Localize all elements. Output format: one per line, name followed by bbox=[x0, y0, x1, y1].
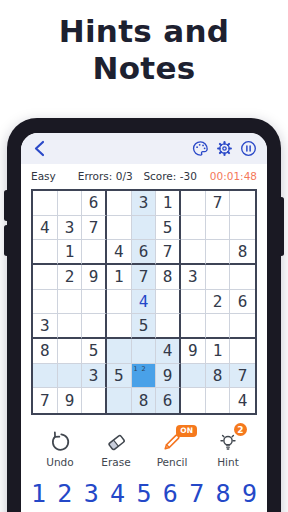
undo-icon bbox=[49, 431, 71, 453]
title-line-2: Notes bbox=[0, 50, 288, 87]
numpad-key-4[interactable]: 4 bbox=[110, 479, 125, 508]
sudoku-cell-r5c2[interactable] bbox=[58, 290, 83, 315]
sudoku-cell-r6c2[interactable] bbox=[58, 314, 83, 339]
back-button[interactable] bbox=[31, 140, 48, 157]
sudoku-cell-r6c8[interactable] bbox=[206, 314, 231, 339]
sudoku-cell-r4c8[interactable] bbox=[206, 265, 231, 290]
sudoku-cell-r2c4[interactable] bbox=[107, 216, 132, 241]
sudoku-cell-r4c6[interactable]: 8 bbox=[156, 265, 181, 290]
sudoku-cell-r8c9[interactable]: 7 bbox=[230, 364, 255, 389]
sudoku-cell-r7c5[interactable] bbox=[132, 339, 157, 364]
sudoku-cell-r8c2[interactable] bbox=[58, 364, 83, 389]
sudoku-cell-r1c9[interactable] bbox=[230, 191, 255, 216]
sudoku-cell-r4c5[interactable]: 7 bbox=[132, 265, 157, 290]
sudoku-cell-r1c5[interactable]: 3 bbox=[132, 191, 157, 216]
phone-frame: Easy Errors: 0/3 Score: -30 00:01:48 631… bbox=[7, 118, 281, 512]
sudoku-cell-r3c6[interactable]: 7 bbox=[156, 240, 181, 265]
sudoku-cell-r1c7[interactable] bbox=[181, 191, 206, 216]
numpad-key-1[interactable]: 1 bbox=[31, 479, 46, 508]
sudoku-cell-r7c6[interactable]: 4 bbox=[156, 339, 181, 364]
sudoku-cell-r5c5[interactable]: 4 bbox=[132, 290, 157, 315]
sudoku-cell-r1c6[interactable]: 1 bbox=[156, 191, 181, 216]
sudoku-cell-r8c7[interactable] bbox=[181, 364, 206, 389]
number-pad: 123456789 bbox=[21, 479, 267, 508]
sudoku-cell-r6c5[interactable]: 5 bbox=[132, 314, 157, 339]
erase-label: Erase bbox=[101, 456, 130, 468]
sudoku-cell-r9c4[interactable] bbox=[107, 388, 132, 413]
hint-button[interactable]: 2 Hint bbox=[204, 429, 252, 468]
sudoku-cell-r6c6[interactable] bbox=[156, 314, 181, 339]
score-label: Score: -30 bbox=[143, 170, 196, 182]
page: Hints and Notes bbox=[0, 13, 288, 512]
status-row: Easy Errors: 0/3 Score: -30 00:01:48 bbox=[21, 164, 267, 188]
sudoku-cell-r1c8[interactable]: 7 bbox=[206, 191, 231, 216]
sudoku-cell-r5c9[interactable]: 6 bbox=[230, 290, 255, 315]
sudoku-cell-r2c1[interactable]: 4 bbox=[33, 216, 58, 241]
back-chevron-icon bbox=[33, 140, 46, 157]
difficulty-label: Easy bbox=[31, 170, 56, 182]
errors-counter: Errors: 0/3 bbox=[78, 170, 133, 182]
numpad-key-6[interactable]: 6 bbox=[163, 479, 178, 508]
sudoku-cell-r4c1[interactable] bbox=[33, 265, 58, 290]
sudoku-cell-r1c2[interactable] bbox=[58, 191, 83, 216]
sudoku-cell-r9c3[interactable] bbox=[82, 388, 107, 413]
sudoku-cell-r9c5[interactable]: 8 bbox=[132, 388, 157, 413]
palette-icon bbox=[192, 140, 209, 157]
sudoku-cell-r8c8[interactable]: 8 bbox=[206, 364, 231, 389]
sudoku-cell-r5c7[interactable] bbox=[181, 290, 206, 315]
sudoku-cell-r4c2[interactable]: 2 bbox=[58, 265, 83, 290]
numpad-key-8[interactable]: 8 bbox=[216, 479, 231, 508]
sudoku-cell-r7c7[interactable]: 9 bbox=[181, 339, 206, 364]
sudoku-cell-r2c8[interactable] bbox=[206, 216, 231, 241]
sudoku-cell-r8c1[interactable] bbox=[33, 364, 58, 389]
sudoku-cell-r8c5[interactable]: 12 bbox=[132, 364, 157, 389]
sudoku-cell-r9c1[interactable]: 7 bbox=[33, 388, 58, 413]
phone-screen: Easy Errors: 0/3 Score: -30 00:01:48 631… bbox=[21, 133, 267, 512]
sudoku-cell-r5c6[interactable] bbox=[156, 290, 181, 315]
sudoku-cell-r8c6[interactable]: 9 bbox=[156, 364, 181, 389]
sudoku-cell-r6c4[interactable] bbox=[107, 314, 132, 339]
sudoku-cell-r2c6[interactable]: 5 bbox=[156, 216, 181, 241]
numpad-key-7[interactable]: 7 bbox=[189, 479, 204, 508]
sudoku-cell-r1c4[interactable] bbox=[107, 191, 132, 216]
numpad-key-2[interactable]: 2 bbox=[57, 479, 72, 508]
sudoku-board: 6317437514678291783426358549135129877986… bbox=[31, 189, 257, 415]
sudoku-cell-r3c5[interactable]: 6 bbox=[132, 240, 157, 265]
sudoku-cell-r3c4[interactable]: 4 bbox=[107, 240, 132, 265]
sudoku-cell-r6c3[interactable] bbox=[82, 314, 107, 339]
sudoku-cell-r9c9[interactable]: 4 bbox=[230, 388, 255, 413]
settings-button[interactable] bbox=[216, 140, 233, 157]
sudoku-cell-r7c1[interactable]: 8 bbox=[33, 339, 58, 364]
sudoku-cell-r8c3[interactable]: 3 bbox=[82, 364, 107, 389]
numpad-key-9[interactable]: 9 bbox=[242, 479, 257, 508]
sudoku-cell-r2c7[interactable] bbox=[181, 216, 206, 241]
sudoku-cell-r5c1[interactable] bbox=[33, 290, 58, 315]
sudoku-cell-r1c1[interactable] bbox=[33, 191, 58, 216]
sudoku-cell-r2c5[interactable] bbox=[132, 216, 157, 241]
sudoku-cell-r5c8[interactable]: 2 bbox=[206, 290, 231, 315]
sudoku-cell-r7c3[interactable]: 5 bbox=[82, 339, 107, 364]
gear-icon bbox=[216, 140, 233, 157]
sudoku-cell-r5c3[interactable] bbox=[82, 290, 107, 315]
sudoku-cell-r4c4[interactable]: 1 bbox=[107, 265, 132, 290]
game-toolbar: Undo Erase bbox=[21, 429, 267, 468]
numpad-key-5[interactable]: 5 bbox=[136, 479, 151, 508]
pencil-label: Pencil bbox=[157, 456, 188, 468]
sudoku-cell-r9c8[interactable] bbox=[206, 388, 231, 413]
hint-count-badge: 2 bbox=[234, 423, 247, 436]
sudoku-cell-r7c4[interactable] bbox=[107, 339, 132, 364]
pencil-button[interactable]: ON Pencil bbox=[148, 429, 196, 468]
sudoku-cell-r4c3[interactable]: 9 bbox=[82, 265, 107, 290]
sudoku-cell-r7c8[interactable]: 1 bbox=[206, 339, 231, 364]
pencil-on-badge: ON bbox=[176, 425, 197, 437]
theme-button[interactable] bbox=[192, 140, 209, 157]
sudoku-cell-r4c9[interactable] bbox=[230, 265, 255, 290]
sudoku-cell-r1c3[interactable]: 6 bbox=[82, 191, 107, 216]
title-line-1: Hints and bbox=[0, 13, 288, 50]
hint-label: Hint bbox=[217, 456, 239, 468]
undo-button[interactable]: Undo bbox=[36, 429, 84, 468]
undo-label: Undo bbox=[46, 456, 73, 468]
sudoku-cell-r7c2[interactable] bbox=[58, 339, 83, 364]
sudoku-cell-r9c7[interactable] bbox=[181, 388, 206, 413]
page-title: Hints and Notes bbox=[0, 13, 288, 87]
sudoku-cell-r3c7[interactable] bbox=[181, 240, 206, 265]
sudoku-cell-r6c7[interactable] bbox=[181, 314, 206, 339]
numpad-key-3[interactable]: 3 bbox=[84, 479, 99, 508]
eraser-icon bbox=[104, 431, 128, 453]
pause-icon bbox=[240, 140, 257, 157]
sudoku-cell-r3c3[interactable] bbox=[82, 240, 107, 265]
sudoku-cell-r8c4[interactable]: 5 bbox=[107, 364, 132, 389]
volume-down-button bbox=[4, 225, 9, 256]
top-bar bbox=[21, 133, 267, 164]
sudoku-cell-r3c2[interactable]: 1 bbox=[58, 240, 83, 265]
sudoku-cell-r3c1[interactable] bbox=[33, 240, 58, 265]
sudoku-cell-r5c4[interactable] bbox=[107, 290, 132, 315]
sudoku-cell-r2c9[interactable] bbox=[230, 216, 255, 241]
sudoku-cell-r3c9[interactable]: 8 bbox=[230, 240, 255, 265]
pencil-notes: 12 bbox=[132, 365, 156, 373]
pause-button[interactable] bbox=[240, 140, 257, 157]
sudoku-cell-r6c1[interactable]: 3 bbox=[33, 314, 58, 339]
power-button bbox=[279, 197, 284, 256]
volume-up-button bbox=[4, 190, 9, 221]
sudoku-cell-r9c2[interactable]: 9 bbox=[58, 388, 83, 413]
erase-button[interactable]: Erase bbox=[92, 429, 140, 468]
sudoku-cell-r2c3[interactable]: 7 bbox=[82, 216, 107, 241]
sudoku-cell-r7c9[interactable] bbox=[230, 339, 255, 364]
sudoku-cell-r2c2[interactable]: 3 bbox=[58, 216, 83, 241]
sudoku-cell-r9c6[interactable]: 6 bbox=[156, 388, 181, 413]
timer: 00:01:48 bbox=[210, 170, 257, 182]
sudoku-cell-r6c9[interactable] bbox=[230, 314, 255, 339]
sudoku-cell-r3c8[interactable] bbox=[206, 240, 231, 265]
sudoku-cell-r4c7[interactable]: 3 bbox=[181, 265, 206, 290]
